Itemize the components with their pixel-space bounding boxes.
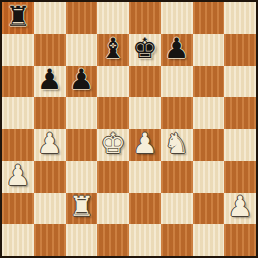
square-d1[interactable] xyxy=(97,224,129,256)
square-h5[interactable] xyxy=(224,97,256,129)
piece-white-king[interactable]: ♚ xyxy=(101,130,126,158)
square-g2[interactable] xyxy=(193,193,225,225)
piece-white-pawn[interactable]: ♟ xyxy=(37,130,62,158)
square-g8[interactable] xyxy=(193,2,225,34)
square-f5[interactable] xyxy=(161,97,193,129)
piece-white-knight[interactable]: ♞ xyxy=(164,130,189,158)
square-d7[interactable]: ♝ xyxy=(97,34,129,66)
square-d8[interactable] xyxy=(97,2,129,34)
square-b3[interactable] xyxy=(34,161,66,193)
square-e4[interactable]: ♟ xyxy=(129,129,161,161)
square-e7[interactable]: ♚ xyxy=(129,34,161,66)
square-d4[interactable]: ♚ xyxy=(97,129,129,161)
square-e8[interactable] xyxy=(129,2,161,34)
square-b7[interactable] xyxy=(34,34,66,66)
square-c3[interactable] xyxy=(66,161,98,193)
square-b5[interactable] xyxy=(34,97,66,129)
square-d2[interactable] xyxy=(97,193,129,225)
square-h2[interactable]: ♟ xyxy=(224,193,256,225)
board-frame: ♜♝♚♟♟♟♟♚♟♞♟♜♟ xyxy=(0,0,258,258)
square-h1[interactable] xyxy=(224,224,256,256)
square-b2[interactable] xyxy=(34,193,66,225)
square-g3[interactable] xyxy=(193,161,225,193)
piece-black-pawn[interactable]: ♟ xyxy=(164,35,189,63)
square-e5[interactable] xyxy=(129,97,161,129)
square-a2[interactable] xyxy=(2,193,34,225)
square-g1[interactable] xyxy=(193,224,225,256)
piece-black-rook[interactable]: ♜ xyxy=(5,3,30,31)
square-b6[interactable]: ♟ xyxy=(34,66,66,98)
square-a7[interactable] xyxy=(2,34,34,66)
square-c5[interactable] xyxy=(66,97,98,129)
square-d3[interactable] xyxy=(97,161,129,193)
square-h7[interactable] xyxy=(224,34,256,66)
square-h3[interactable] xyxy=(224,161,256,193)
square-e3[interactable] xyxy=(129,161,161,193)
square-c7[interactable] xyxy=(66,34,98,66)
square-g5[interactable] xyxy=(193,97,225,129)
square-c1[interactable] xyxy=(66,224,98,256)
square-c8[interactable] xyxy=(66,2,98,34)
piece-white-pawn[interactable]: ♟ xyxy=(228,193,253,221)
square-g7[interactable] xyxy=(193,34,225,66)
piece-white-pawn[interactable]: ♟ xyxy=(132,130,157,158)
square-a3[interactable]: ♟ xyxy=(2,161,34,193)
square-f7[interactable]: ♟ xyxy=(161,34,193,66)
square-h6[interactable] xyxy=(224,66,256,98)
square-a6[interactable] xyxy=(2,66,34,98)
piece-white-pawn[interactable]: ♟ xyxy=(5,162,30,190)
square-b4[interactable]: ♟ xyxy=(34,129,66,161)
piece-black-king[interactable]: ♚ xyxy=(132,35,157,63)
piece-black-bishop[interactable]: ♝ xyxy=(101,35,126,63)
square-f6[interactable] xyxy=(161,66,193,98)
square-c4[interactable] xyxy=(66,129,98,161)
square-a8[interactable]: ♜ xyxy=(2,2,34,34)
piece-black-pawn[interactable]: ♟ xyxy=(37,66,62,94)
square-g6[interactable] xyxy=(193,66,225,98)
square-c2[interactable]: ♜ xyxy=(66,193,98,225)
square-b8[interactable] xyxy=(34,2,66,34)
square-b1[interactable] xyxy=(34,224,66,256)
square-f2[interactable] xyxy=(161,193,193,225)
square-f3[interactable] xyxy=(161,161,193,193)
square-d6[interactable] xyxy=(97,66,129,98)
square-g4[interactable] xyxy=(193,129,225,161)
square-d5[interactable] xyxy=(97,97,129,129)
square-f4[interactable]: ♞ xyxy=(161,129,193,161)
square-f1[interactable] xyxy=(161,224,193,256)
piece-black-pawn[interactable]: ♟ xyxy=(69,66,94,94)
square-a4[interactable] xyxy=(2,129,34,161)
square-c6[interactable]: ♟ xyxy=(66,66,98,98)
square-a1[interactable] xyxy=(2,224,34,256)
square-h4[interactable] xyxy=(224,129,256,161)
square-e6[interactable] xyxy=(129,66,161,98)
square-a5[interactable] xyxy=(2,97,34,129)
chess-board: ♜♝♚♟♟♟♟♚♟♞♟♜♟ xyxy=(2,2,256,256)
square-f8[interactable] xyxy=(161,2,193,34)
square-h8[interactable] xyxy=(224,2,256,34)
piece-white-rook[interactable]: ♜ xyxy=(69,193,94,221)
square-e2[interactable] xyxy=(129,193,161,225)
square-e1[interactable] xyxy=(129,224,161,256)
